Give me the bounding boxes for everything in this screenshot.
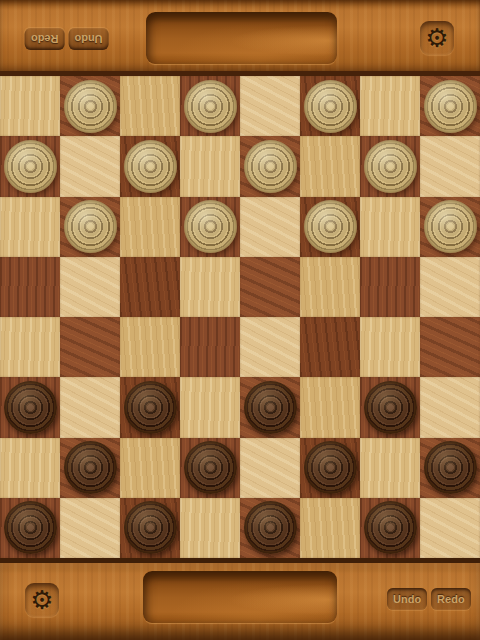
light-piece[interactable] bbox=[424, 200, 477, 253]
square-e6 bbox=[240, 197, 300, 257]
square-h2[interactable] bbox=[420, 438, 480, 498]
light-piece[interactable] bbox=[124, 140, 177, 193]
square-e2 bbox=[240, 438, 300, 498]
square-f2[interactable] bbox=[300, 438, 360, 498]
square-h7 bbox=[420, 136, 480, 196]
top-bar: Undo Redo ⚙ bbox=[0, 0, 480, 76]
square-e8 bbox=[240, 76, 300, 136]
square-c8 bbox=[120, 76, 180, 136]
dark-piece[interactable] bbox=[424, 441, 477, 494]
square-c3[interactable] bbox=[120, 377, 180, 437]
square-c2 bbox=[120, 438, 180, 498]
square-a3[interactable] bbox=[0, 377, 60, 437]
checkers-app: Undo Redo ⚙ ⚙ Undo Redo bbox=[0, 0, 480, 640]
gear-icon: ⚙ bbox=[30, 587, 53, 613]
square-d5 bbox=[180, 257, 240, 317]
square-h8[interactable] bbox=[420, 76, 480, 136]
square-h4[interactable] bbox=[420, 317, 480, 377]
square-d3 bbox=[180, 377, 240, 437]
square-a4 bbox=[0, 317, 60, 377]
square-e3[interactable] bbox=[240, 377, 300, 437]
square-d7 bbox=[180, 136, 240, 196]
square-g4 bbox=[360, 317, 420, 377]
square-c5[interactable] bbox=[120, 257, 180, 317]
dark-piece[interactable] bbox=[244, 381, 297, 434]
square-e4 bbox=[240, 317, 300, 377]
redo-button[interactable]: Redo bbox=[431, 588, 471, 610]
light-piece[interactable] bbox=[4, 140, 57, 193]
dark-piece[interactable] bbox=[4, 381, 57, 434]
dark-piece[interactable] bbox=[364, 381, 417, 434]
dark-piece[interactable] bbox=[64, 441, 117, 494]
square-f8[interactable] bbox=[300, 76, 360, 136]
square-b1 bbox=[60, 498, 120, 558]
bottom-bar: ⚙ Undo Redo bbox=[0, 558, 480, 640]
redo-button-top[interactable]: Redo bbox=[25, 28, 65, 50]
square-h6[interactable] bbox=[420, 197, 480, 257]
square-a8 bbox=[0, 76, 60, 136]
square-b7 bbox=[60, 136, 120, 196]
square-b5 bbox=[60, 257, 120, 317]
light-piece[interactable] bbox=[244, 140, 297, 193]
captured-piece-tray-top bbox=[146, 12, 337, 64]
checkers-board bbox=[0, 76, 480, 558]
light-piece[interactable] bbox=[64, 80, 117, 133]
dark-piece[interactable] bbox=[364, 501, 417, 554]
square-g6 bbox=[360, 197, 420, 257]
square-d1 bbox=[180, 498, 240, 558]
square-e7[interactable] bbox=[240, 136, 300, 196]
square-c1[interactable] bbox=[120, 498, 180, 558]
square-f7 bbox=[300, 136, 360, 196]
square-f1 bbox=[300, 498, 360, 558]
light-piece[interactable] bbox=[364, 140, 417, 193]
settings-button-top[interactable]: ⚙ bbox=[420, 21, 454, 55]
square-d8[interactable] bbox=[180, 76, 240, 136]
square-b6[interactable] bbox=[60, 197, 120, 257]
square-f5 bbox=[300, 257, 360, 317]
dark-piece[interactable] bbox=[304, 441, 357, 494]
square-c7[interactable] bbox=[120, 136, 180, 196]
light-piece[interactable] bbox=[304, 80, 357, 133]
square-g8 bbox=[360, 76, 420, 136]
square-a1[interactable] bbox=[0, 498, 60, 558]
square-d4[interactable] bbox=[180, 317, 240, 377]
opponent-undo-redo-controls: Undo Redo bbox=[25, 28, 109, 50]
settings-button-bottom[interactable]: ⚙ bbox=[25, 583, 59, 617]
light-piece[interactable] bbox=[64, 200, 117, 253]
dark-piece[interactable] bbox=[184, 441, 237, 494]
dark-piece[interactable] bbox=[124, 501, 177, 554]
square-a2 bbox=[0, 438, 60, 498]
square-c6 bbox=[120, 197, 180, 257]
square-f3 bbox=[300, 377, 360, 437]
square-h1 bbox=[420, 498, 480, 558]
dark-piece[interactable] bbox=[124, 381, 177, 434]
light-piece[interactable] bbox=[424, 80, 477, 133]
square-f4[interactable] bbox=[300, 317, 360, 377]
square-b2[interactable] bbox=[60, 438, 120, 498]
square-g5[interactable] bbox=[360, 257, 420, 317]
square-a6 bbox=[0, 197, 60, 257]
undo-button[interactable]: Undo bbox=[387, 588, 427, 610]
square-g3[interactable] bbox=[360, 377, 420, 437]
light-piece[interactable] bbox=[184, 200, 237, 253]
square-g7[interactable] bbox=[360, 136, 420, 196]
square-a5[interactable] bbox=[0, 257, 60, 317]
player-undo-redo-controls: Undo Redo bbox=[387, 588, 471, 610]
square-g1[interactable] bbox=[360, 498, 420, 558]
dark-piece[interactable] bbox=[244, 501, 297, 554]
square-h3 bbox=[420, 377, 480, 437]
square-f6[interactable] bbox=[300, 197, 360, 257]
light-piece[interactable] bbox=[184, 80, 237, 133]
gear-icon: ⚙ bbox=[425, 25, 448, 51]
captured-piece-tray-bottom bbox=[143, 571, 337, 623]
square-h5 bbox=[420, 257, 480, 317]
square-e5[interactable] bbox=[240, 257, 300, 317]
dark-piece[interactable] bbox=[4, 501, 57, 554]
square-b8[interactable] bbox=[60, 76, 120, 136]
square-c4 bbox=[120, 317, 180, 377]
square-g2 bbox=[360, 438, 420, 498]
square-a7[interactable] bbox=[0, 136, 60, 196]
square-b3 bbox=[60, 377, 120, 437]
square-b4[interactable] bbox=[60, 317, 120, 377]
square-d2[interactable] bbox=[180, 438, 240, 498]
square-e1[interactable] bbox=[240, 498, 300, 558]
undo-button-top[interactable]: Undo bbox=[69, 28, 109, 50]
light-piece[interactable] bbox=[304, 200, 357, 253]
square-d6[interactable] bbox=[180, 197, 240, 257]
